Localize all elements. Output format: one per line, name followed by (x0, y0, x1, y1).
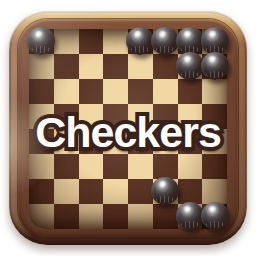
square-r7c6-light (178, 204, 203, 229)
square-r1c6-light (178, 54, 203, 79)
square-r2c4-dark (128, 79, 153, 104)
square-r2c6-dark (178, 79, 203, 104)
square-r6c7-light (202, 179, 227, 204)
page-background: { "game": "checkers", "app_icon": { "tit… (0, 0, 256, 256)
square-r0c5-light (153, 29, 178, 54)
square-r7c1-dark (54, 204, 79, 229)
square-r0c2-dark (79, 29, 104, 54)
square-r1c3-dark (103, 54, 128, 79)
square-r6c2-dark (79, 179, 104, 204)
square-r6c4-dark (128, 179, 153, 204)
square-r2c7-light (202, 79, 227, 104)
square-r2c2-dark (79, 79, 104, 104)
square-r2c0-dark (29, 79, 54, 104)
square-r1c5-dark (153, 54, 178, 79)
square-r7c2-light (79, 204, 104, 229)
square-r2c3-light (103, 79, 128, 104)
square-r6c3-light (103, 179, 128, 204)
square-r1c7-dark (202, 54, 227, 79)
square-r6c1-light (54, 179, 79, 204)
square-r7c5-dark (153, 204, 178, 229)
checkers-app-icon[interactable]: Checkers Checkers (9, 11, 247, 245)
square-r1c1-dark (54, 54, 79, 79)
square-r1c2-light (79, 54, 104, 79)
game-title: Checkers Checkers (9, 107, 247, 163)
square-r6c0-dark (29, 179, 54, 204)
game-title-text: Checkers (9, 107, 247, 157)
square-r1c0-light (29, 54, 54, 79)
square-r0c3-light (103, 29, 128, 54)
square-r1c4-light (128, 54, 153, 79)
square-r0c4-dark (128, 29, 153, 54)
square-r0c1-light (54, 29, 79, 54)
square-r6c5-light (153, 179, 178, 204)
square-r2c1-light (54, 79, 79, 104)
square-r7c3-dark (103, 204, 128, 229)
square-r7c4-light (128, 204, 153, 229)
square-r6c6-dark (178, 179, 203, 204)
square-r0c6-dark (178, 29, 203, 54)
square-r0c0-dark (29, 29, 54, 54)
square-r2c5-light (153, 79, 178, 104)
